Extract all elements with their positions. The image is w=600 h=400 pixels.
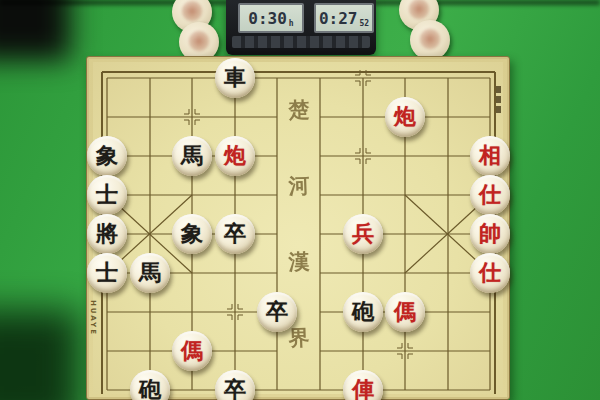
red-piece-仕[interactable]: 仕 xyxy=(470,175,510,215)
black-piece-砲[interactable]: 砲 xyxy=(343,292,383,332)
red-piece-傌[interactable]: 傌 xyxy=(385,292,425,332)
dark-corner-shadow xyxy=(0,310,80,400)
black-piece-馬[interactable]: 馬 xyxy=(172,136,212,176)
black-piece-士[interactable]: 士 xyxy=(87,253,127,293)
photo-scene: 0:30 h 0:27 52 楚河漢界 HUAYE 車象馬士將象卒士馬卒砲砲卒炮… xyxy=(0,0,600,400)
black-piece-士[interactable]: 士 xyxy=(87,175,127,215)
river-char: 漢 xyxy=(279,247,320,276)
red-piece-帥[interactable]: 帥 xyxy=(470,214,510,254)
board-field: 楚河漢界 HUAYE 車象馬士將象卒士馬卒砲砲卒炮炮相仕帥兵仕傌俥傌 xyxy=(93,62,503,394)
black-piece-將[interactable]: 將 xyxy=(87,214,127,254)
black-piece-車[interactable]: 車 xyxy=(215,58,255,98)
clock-left-time: 0:30 xyxy=(248,9,287,28)
red-piece-炮[interactable]: 炮 xyxy=(385,97,425,137)
game-clock: 0:30 h 0:27 52 xyxy=(226,0,376,55)
black-piece-象[interactable]: 象 xyxy=(172,214,212,254)
clock-left-indicator: h xyxy=(289,19,294,28)
red-piece-傌[interactable]: 傌 xyxy=(172,331,212,371)
black-piece-象[interactable]: 象 xyxy=(87,136,127,176)
clock-buttons[interactable] xyxy=(232,36,370,48)
clock-right-display: 0:27 52 xyxy=(314,3,374,33)
dark-corner-shadow xyxy=(0,0,70,60)
red-piece-仕[interactable]: 仕 xyxy=(470,253,510,293)
red-piece-兵[interactable]: 兵 xyxy=(343,214,383,254)
clock-left-display: 0:30 h xyxy=(238,3,304,33)
board-brand-text: HUAYE xyxy=(89,300,97,336)
captured-piece xyxy=(410,20,450,60)
red-piece-炮[interactable]: 炮 xyxy=(215,136,255,176)
board-margin-marks xyxy=(496,86,501,113)
red-piece-相[interactable]: 相 xyxy=(470,136,510,176)
black-piece-卒[interactable]: 卒 xyxy=(257,292,297,332)
river-char: 楚 xyxy=(279,95,320,124)
river-char: 河 xyxy=(279,171,320,200)
black-piece-馬[interactable]: 馬 xyxy=(130,253,170,293)
clock-right-seconds: 52 xyxy=(359,19,369,28)
clock-right-time: 0:27 xyxy=(319,9,358,28)
black-piece-卒[interactable]: 卒 xyxy=(215,214,255,254)
xiangqi-board: 楚河漢界 HUAYE 車象馬士將象卒士馬卒砲砲卒炮炮相仕帥兵仕傌俥傌 xyxy=(86,56,510,400)
